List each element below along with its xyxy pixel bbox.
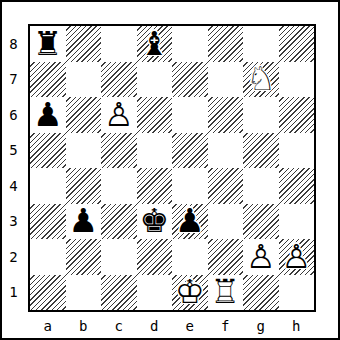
square-h8[interactable] bbox=[279, 26, 315, 62]
square-h2[interactable]: ♟♙ bbox=[279, 239, 315, 275]
piece-glyph: ♟ bbox=[33, 98, 63, 131]
white-knight-g7[interactable]: ♞♘ bbox=[243, 62, 279, 98]
square-b1[interactable] bbox=[66, 275, 102, 311]
square-a6[interactable]: ♟♟ bbox=[30, 97, 66, 133]
square-h4[interactable] bbox=[279, 168, 315, 204]
piece-glyph: ♔ bbox=[175, 275, 205, 308]
square-d6[interactable] bbox=[137, 97, 173, 133]
square-e5[interactable] bbox=[172, 133, 208, 169]
square-c4[interactable] bbox=[101, 168, 137, 204]
file-label-d: d bbox=[137, 314, 173, 338]
file-labels: abcdefgh bbox=[30, 314, 314, 338]
file-label-g: g bbox=[243, 314, 279, 338]
square-d8[interactable]: ♝♝ bbox=[137, 26, 173, 62]
square-e7[interactable] bbox=[172, 62, 208, 98]
white-rook-f1[interactable]: ♜♖ bbox=[208, 275, 244, 311]
square-a4[interactable] bbox=[30, 168, 66, 204]
rank-label-6: 6 bbox=[0, 97, 27, 133]
square-g3[interactable] bbox=[243, 204, 279, 240]
rank-label-7: 7 bbox=[0, 62, 27, 98]
square-d1[interactable] bbox=[137, 275, 173, 311]
square-c1[interactable] bbox=[101, 275, 137, 311]
square-g8[interactable] bbox=[243, 26, 279, 62]
square-d7[interactable] bbox=[137, 62, 173, 98]
square-b2[interactable] bbox=[66, 239, 102, 275]
file-label-e: e bbox=[172, 314, 208, 338]
square-g1[interactable] bbox=[243, 275, 279, 311]
square-c8[interactable] bbox=[101, 26, 137, 62]
piece-glyph: ♙ bbox=[104, 98, 134, 131]
square-h6[interactable] bbox=[279, 97, 315, 133]
piece-glyph: ♜ bbox=[33, 27, 63, 60]
file-label-a: a bbox=[30, 314, 66, 338]
square-b5[interactable] bbox=[66, 133, 102, 169]
piece-glyph: ♚ bbox=[139, 204, 169, 237]
square-a7[interactable] bbox=[30, 62, 66, 98]
piece-glyph: ♝ bbox=[139, 27, 169, 60]
square-b8[interactable] bbox=[66, 26, 102, 62]
square-e3[interactable]: ♟♟ bbox=[172, 204, 208, 240]
square-f3[interactable] bbox=[208, 204, 244, 240]
square-f2[interactable] bbox=[208, 239, 244, 275]
black-rook-a8[interactable]: ♜♜ bbox=[30, 26, 66, 62]
rank-label-4: 4 bbox=[0, 168, 27, 204]
square-c6[interactable]: ♟♙ bbox=[101, 97, 137, 133]
square-b6[interactable] bbox=[66, 97, 102, 133]
piece-glyph: ♙ bbox=[281, 240, 311, 273]
file-label-c: c bbox=[101, 314, 137, 338]
piece-glyph: ♙ bbox=[246, 240, 276, 273]
rank-label-5: 5 bbox=[0, 133, 27, 169]
square-e6[interactable] bbox=[172, 97, 208, 133]
piece-glyph: ♖ bbox=[210, 275, 240, 308]
square-e8[interactable] bbox=[172, 26, 208, 62]
square-f4[interactable] bbox=[208, 168, 244, 204]
square-g6[interactable] bbox=[243, 97, 279, 133]
file-label-h: h bbox=[279, 314, 315, 338]
square-f6[interactable] bbox=[208, 97, 244, 133]
square-c5[interactable] bbox=[101, 133, 137, 169]
square-h7[interactable] bbox=[279, 62, 315, 98]
rank-label-1: 1 bbox=[0, 275, 27, 311]
square-d2[interactable] bbox=[137, 239, 173, 275]
rank-label-8: 8 bbox=[0, 26, 27, 62]
piece-glyph: ♟ bbox=[68, 204, 98, 237]
square-f8[interactable] bbox=[208, 26, 244, 62]
square-e4[interactable] bbox=[172, 168, 208, 204]
square-a3[interactable] bbox=[30, 204, 66, 240]
black-pawn-e3[interactable]: ♟♟ bbox=[172, 204, 208, 240]
square-a8[interactable]: ♜♜ bbox=[30, 26, 66, 62]
file-label-b: b bbox=[66, 314, 102, 338]
square-h1[interactable] bbox=[279, 275, 315, 311]
white-pawn-c6[interactable]: ♟♙ bbox=[101, 97, 137, 133]
black-pawn-a6[interactable]: ♟♟ bbox=[30, 97, 66, 133]
square-f5[interactable] bbox=[208, 133, 244, 169]
square-h5[interactable] bbox=[279, 133, 315, 169]
chess-board: ♜♜♝♝♞♘♟♟♟♙♟♟♚♚♟♟♟♙♟♙♚♔♜♖ bbox=[28, 24, 316, 312]
chess-diagram: 87654321 ♜♜♝♝♞♘♟♟♟♙♟♟♚♚♟♟♟♙♟♙♚♔♜♖ abcdef… bbox=[0, 0, 340, 340]
square-a5[interactable] bbox=[30, 133, 66, 169]
black-bishop-d8[interactable]: ♝♝ bbox=[137, 26, 173, 62]
square-g4[interactable] bbox=[243, 168, 279, 204]
square-d4[interactable] bbox=[137, 168, 173, 204]
rank-label-3: 3 bbox=[0, 204, 27, 240]
square-c3[interactable] bbox=[101, 204, 137, 240]
square-b3[interactable]: ♟♟ bbox=[66, 204, 102, 240]
square-h3[interactable] bbox=[279, 204, 315, 240]
square-g5[interactable] bbox=[243, 133, 279, 169]
square-c2[interactable] bbox=[101, 239, 137, 275]
white-king-e1[interactable]: ♚♔ bbox=[172, 275, 208, 311]
rank-label-2: 2 bbox=[0, 239, 27, 275]
square-e1[interactable]: ♚♔ bbox=[172, 275, 208, 311]
black-king-d3[interactable]: ♚♚ bbox=[137, 204, 173, 240]
piece-glyph: ♘ bbox=[246, 62, 276, 95]
square-b7[interactable] bbox=[66, 62, 102, 98]
square-e2[interactable] bbox=[172, 239, 208, 275]
white-pawn-h2[interactable]: ♟♙ bbox=[279, 239, 315, 275]
square-a1[interactable] bbox=[30, 275, 66, 311]
square-f7[interactable] bbox=[208, 62, 244, 98]
rank-labels: 87654321 bbox=[0, 26, 27, 310]
file-label-f: f bbox=[208, 314, 244, 338]
square-b4[interactable] bbox=[66, 168, 102, 204]
square-f1[interactable]: ♜♖ bbox=[208, 275, 244, 311]
square-g2[interactable]: ♟♙ bbox=[243, 239, 279, 275]
black-pawn-b3[interactable]: ♟♟ bbox=[66, 204, 102, 240]
square-d3[interactable]: ♚♚ bbox=[137, 204, 173, 240]
piece-glyph: ♟ bbox=[175, 204, 205, 237]
square-d5[interactable] bbox=[137, 133, 173, 169]
white-pawn-g2[interactable]: ♟♙ bbox=[243, 239, 279, 275]
square-a2[interactable] bbox=[30, 239, 66, 275]
square-c7[interactable] bbox=[101, 62, 137, 98]
square-g7[interactable]: ♞♘ bbox=[243, 62, 279, 98]
